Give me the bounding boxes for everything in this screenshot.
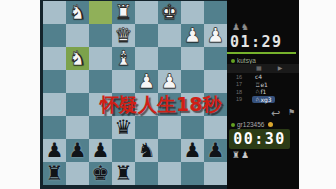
square-d4[interactable]: ♟ (135, 70, 158, 93)
move-list: 16c417♖e118♘f119♘xg3 (227, 73, 299, 103)
square-a8[interactable] (204, 162, 227, 185)
piece-white-bishop[interactable]: ♝ (115, 47, 133, 70)
square-g4[interactable] (66, 70, 89, 93)
move-current[interactable]: ♘xg3 (252, 96, 275, 103)
square-d8[interactable] (135, 162, 158, 185)
piece-black-pawn[interactable]: ♟ (69, 139, 87, 162)
captured-pieces-top: ♟♞ (232, 22, 250, 32)
move-item[interactable]: ♖e1 (252, 81, 271, 88)
movelist-toolbar: ▦ ▶ (227, 64, 299, 73)
square-c1[interactable]: ♚ (158, 1, 181, 24)
move-number: 17 (227, 81, 252, 87)
square-h4[interactable] (43, 70, 66, 93)
square-e3[interactable]: ♝ (112, 47, 135, 70)
piece-white-king[interactable]: ♚ (161, 1, 179, 24)
top-player-row[interactable]: kutsya (231, 57, 256, 64)
trophy-badge-icon (268, 122, 273, 127)
square-f3[interactable] (89, 47, 112, 70)
square-d3[interactable] (135, 47, 158, 70)
square-d6[interactable] (135, 116, 158, 139)
square-d2[interactable] (135, 24, 158, 47)
square-h1[interactable] (43, 1, 66, 24)
piece-white-pawn[interactable]: ♟ (138, 70, 156, 93)
video-caption-overlay: 怀疑人生18秒 (100, 92, 221, 118)
piece-black-rook[interactable]: ♜ (46, 162, 64, 185)
square-d1[interactable] (135, 1, 158, 24)
square-b4[interactable] (181, 70, 204, 93)
piece-white-knight[interactable]: ♞ (69, 1, 87, 24)
captured-knight-icon: ♞ (241, 22, 250, 32)
square-b6[interactable] (181, 116, 204, 139)
captured-pawn-icon: ♟ (232, 22, 241, 32)
square-g7[interactable]: ♟ (66, 139, 89, 162)
piece-white-rook[interactable]: ♜ (115, 1, 133, 24)
time-progress-bar (227, 52, 296, 54)
resign-flag-icon[interactable]: ⚑ (288, 108, 295, 117)
square-a4[interactable] (204, 70, 227, 93)
move-item[interactable]: c4 (252, 73, 265, 80)
online-dot-icon (231, 123, 235, 127)
top-player-clock: 01:29 (230, 33, 283, 51)
captured-rook-icon: ♜ (232, 150, 241, 160)
square-b8[interactable] (181, 162, 204, 185)
square-c3[interactable] (158, 47, 181, 70)
square-a7[interactable]: ♟ (204, 139, 227, 162)
game-side-panel: ♟♞ 01:29 kutsya ▦ ▶ 16c417♖e118♘f119♘xg3… (227, 0, 299, 189)
square-f6[interactable] (89, 116, 112, 139)
move-row: 19♘xg3 (227, 96, 299, 104)
piece-white-pawn[interactable]: ♟ (184, 24, 202, 47)
piece-white-queen[interactable]: ♛ (115, 24, 133, 47)
square-d7[interactable]: ♞ (135, 139, 158, 162)
piece-black-queen[interactable]: ♛ (115, 116, 133, 139)
square-h8[interactable]: ♜ (43, 162, 66, 185)
piece-black-pawn[interactable]: ♟ (207, 139, 225, 162)
square-h6[interactable] (43, 116, 66, 139)
move-number: 18 (227, 89, 252, 95)
square-g6[interactable] (66, 116, 89, 139)
square-f1[interactable] (89, 1, 112, 24)
move-row: 16c4 (227, 73, 299, 81)
square-a2[interactable]: ♟ (204, 24, 227, 47)
square-c8[interactable] (158, 162, 181, 185)
square-e4[interactable] (112, 70, 135, 93)
online-dot-icon (231, 59, 235, 63)
square-e8[interactable]: ♜ (112, 162, 135, 185)
square-g8[interactable] (66, 162, 89, 185)
piece-black-rook[interactable]: ♜ (115, 162, 133, 185)
square-h5[interactable] (43, 93, 66, 116)
square-h7[interactable]: ♟ (43, 139, 66, 162)
square-f2[interactable] (89, 24, 112, 47)
move-row: 18♘f1 (227, 88, 299, 96)
takeback-icon[interactable]: ↩ (271, 107, 280, 120)
square-h2[interactable] (43, 24, 66, 47)
piece-white-pawn[interactable]: ♟ (207, 24, 225, 47)
next-move-icon[interactable]: ▶ (278, 64, 283, 73)
app-stage: ♞♜♚♛♟♟♞♝♟♟♛♟♟♟♞♟♟♜♚♜ ♟♞ 01:29 kutsya ▦ ▶… (0, 0, 336, 189)
move-number: 19 (227, 96, 252, 102)
square-h3[interactable] (43, 47, 66, 70)
square-g5[interactable] (66, 93, 89, 116)
square-c2[interactable] (158, 24, 181, 47)
square-a6[interactable] (204, 116, 227, 139)
piece-white-pawn[interactable]: ♟ (161, 70, 179, 93)
bottom-player-name: gr123456 (237, 121, 264, 128)
square-f4[interactable] (89, 70, 112, 93)
square-e7[interactable] (112, 139, 135, 162)
piece-black-king[interactable]: ♚ (92, 162, 110, 185)
piece-black-pawn[interactable]: ♟ (46, 139, 64, 162)
square-e1[interactable]: ♜ (112, 1, 135, 24)
square-e2[interactable]: ♛ (112, 24, 135, 47)
bottom-player-row[interactable]: gr123456 (231, 121, 273, 128)
square-c7[interactable] (158, 139, 181, 162)
square-c4[interactable]: ♟ (158, 70, 181, 93)
square-g3[interactable]: ♞ (66, 47, 89, 70)
piece-white-knight[interactable]: ♞ (69, 47, 87, 70)
piece-black-pawn[interactable]: ♟ (184, 139, 202, 162)
move-row: 17♖e1 (227, 81, 299, 89)
square-g2[interactable] (66, 24, 89, 47)
square-e6[interactable]: ♛ (112, 116, 135, 139)
square-b1[interactable] (181, 1, 204, 24)
piece-black-knight[interactable]: ♞ (138, 139, 156, 162)
square-a1[interactable] (204, 1, 227, 24)
captured-pieces-bottom: ♜♟ (232, 150, 250, 160)
square-a3[interactable] (204, 47, 227, 70)
square-g1[interactable]: ♞ (66, 1, 89, 24)
square-f8[interactable]: ♚ (89, 162, 112, 185)
square-b2[interactable]: ♟ (181, 24, 204, 47)
explorer-icon[interactable]: ▦ (256, 64, 262, 73)
piece-black-pawn[interactable]: ♟ (92, 139, 110, 162)
square-b3[interactable] (181, 47, 204, 70)
top-player-name: kutsya (237, 57, 256, 64)
captured-pawn-icon: ♟ (241, 150, 250, 160)
bottom-player-clock-active: 00:30 (229, 129, 290, 149)
square-c6[interactable] (158, 116, 181, 139)
square-b7[interactable]: ♟ (181, 139, 204, 162)
game-actions: ↩ ⚑ (227, 106, 299, 121)
move-item[interactable]: ♘f1 (252, 88, 269, 95)
square-f7[interactable]: ♟ (89, 139, 112, 162)
move-number: 16 (227, 74, 252, 80)
